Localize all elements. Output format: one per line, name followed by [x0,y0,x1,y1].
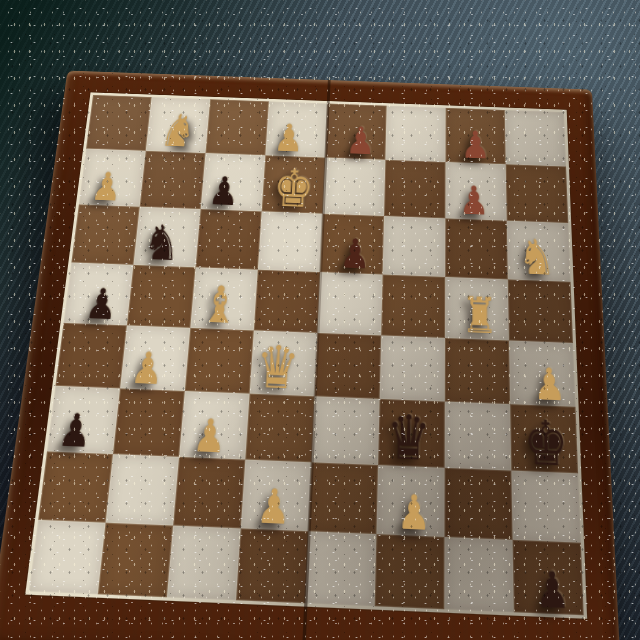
piece-white-pawn-f2: ♟ [397,489,431,538]
piece-white-bishop-c5: ♝ [199,280,241,332]
board-perspective-wrap: ♞♟♟♟♟♟♚♟♞♟♞♟♝♜♟♛♟♟♟♛♚♟♟♟ [0,71,621,640]
piece-black-pawn-a3: ♟ [56,408,94,455]
square-a7: ♟ [79,149,146,207]
square-g8: ♟ [445,108,505,164]
piece-black-queen-f3: ♛ [386,406,431,469]
square-c1 [167,526,241,601]
piece-white-pawn-b4: ♟ [129,347,165,392]
square-c5: ♝ [190,267,258,330]
square-g6 [445,218,508,279]
piece-black-pawn-g7: ♟ [459,182,490,222]
piece-black-pawn-c7: ♟ [207,172,240,212]
square-b6: ♞ [133,207,200,268]
square-c4 [185,328,254,394]
piece-white-knight-b8: ♞ [158,108,198,154]
square-b8: ♞ [146,97,210,153]
square-h4: ♟ [509,340,576,406]
square-d4: ♛ [250,330,318,396]
square-a4 [55,323,126,389]
chess-board-frame: ♞♟♟♟♟♟♚♟♞♟♞♟♝♜♟♛♟♟♟♛♚♟♟♟ [0,71,621,640]
square-a5: ♟ [64,262,134,325]
square-d8: ♟ [265,101,327,157]
square-h5 [508,279,573,343]
square-b7 [140,151,206,209]
piece-white-pawn-d8: ♟ [273,120,305,159]
piece-white-rook-g5: ♜ [461,291,498,342]
square-b1 [98,523,173,598]
square-g2 [444,468,512,540]
piece-black-knight-b6: ♞ [141,219,183,269]
square-e3 [312,396,380,465]
square-d1 [236,528,309,603]
square-a2 [38,451,113,522]
square-c6 [196,209,262,270]
square-e8: ♟ [325,103,386,159]
square-h8 [505,110,566,167]
square-c7: ♟ [201,153,266,211]
square-f4 [380,335,445,401]
square-g4 [445,338,510,404]
square-b4: ♟ [120,325,190,391]
square-f1 [375,534,445,609]
piece-black-pawn-h1: ♟ [535,565,571,617]
square-d3 [245,394,314,463]
square-h7 [506,164,569,223]
piece-black-pawn-e8: ♟ [345,122,376,161]
piece-black-pawn-e6: ♟ [339,234,371,276]
square-a1 [29,520,106,594]
square-d2: ♟ [241,460,312,532]
square-f3: ♛ [378,399,445,468]
square-a8 [86,95,151,151]
square-f5 [381,275,445,338]
square-b5 [127,265,196,328]
square-d7: ♚ [262,155,326,213]
square-a3: ♟ [47,386,120,454]
square-h6: ♞ [507,221,571,282]
square-b3 [113,388,185,456]
piece-white-knight-h6: ♞ [517,233,556,283]
square-d6 [258,211,323,272]
square-g5: ♜ [445,277,509,341]
chess-board: ♞♟♟♟♟♟♚♟♞♟♞♟♝♜♟♛♟♟♟♛♚♟♟♟ [25,92,587,618]
piece-white-king-d7: ♚ [272,161,315,215]
square-g7: ♟ [445,162,506,221]
piece-black-pawn-a5: ♟ [83,284,119,327]
square-f2: ♟ [376,465,444,537]
square-c3: ♟ [179,391,250,460]
square-e1 [305,531,376,606]
square-b2 [106,454,180,525]
square-f8 [385,106,445,162]
square-c2 [173,457,245,529]
piece-black-pawn-g8: ♟ [461,127,491,166]
square-f7 [384,160,445,219]
square-e6: ♟ [320,214,384,275]
square-f6 [383,216,446,277]
square-g3 [445,402,512,471]
piece-white-pawn-d2: ♟ [255,483,291,532]
square-a6 [71,204,139,264]
square-e5 [317,272,382,335]
piece-black-king-h3: ♚ [523,412,569,475]
square-h3: ♚ [510,404,578,473]
piece-white-pawn-h4: ♟ [533,363,567,409]
chess-photo: ♞♟♟♟♟♟♚♟♞♟♞♟♝♜♟♛♟♟♟♛♚♟♟♟ [0,0,640,640]
square-e7 [323,158,386,216]
square-h2 [511,471,581,543]
square-e2 [309,462,379,534]
square-d5 [254,270,320,333]
square-g1 [444,537,514,612]
square-e4 [315,333,382,399]
piece-white-pawn-c3: ♟ [191,414,227,461]
piece-white-queen-d4: ♛ [254,337,300,397]
square-h1: ♟ [513,540,584,615]
square-c8 [205,99,268,155]
piece-white-pawn-a7: ♟ [89,168,124,208]
